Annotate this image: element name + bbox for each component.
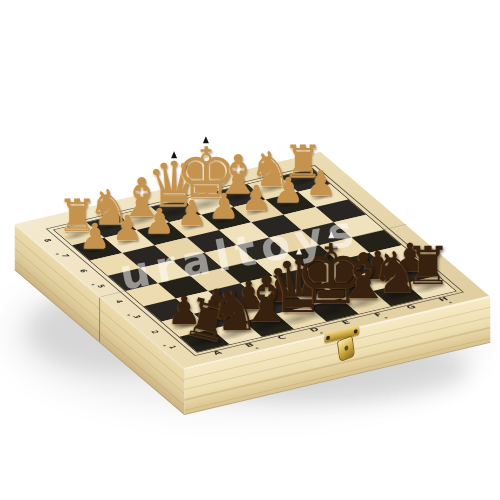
nail-mark [384, 317, 388, 319]
file-label: E [340, 319, 352, 325]
fold-seam [99, 297, 100, 342]
file-label: G [404, 303, 417, 310]
clasp-screw-icon [326, 336, 329, 340]
nail-mark [319, 332, 323, 334]
rank-label: 8 [41, 238, 53, 243]
light-finial-icon [171, 151, 177, 158]
nail-mark [448, 301, 452, 303]
brass-latch-icon [337, 335, 355, 362]
rank-label: 2 [149, 329, 161, 334]
file-label: F [372, 311, 384, 317]
rank-label: 6 [77, 268, 89, 273]
rank-label: 4 [113, 299, 125, 304]
latch-keyhole-icon [344, 345, 348, 351]
chess-set-photo: ABCDEFGH12345678 ♜♞♝♛♚♝♞♜♟♟♟♟♟♟♟♟♟♟♟♟♟♟♟… [0, 0, 500, 500]
light-finial-icon [203, 137, 209, 144]
nail-mark [255, 347, 259, 349]
rank-label: 5 [95, 284, 107, 289]
rank-label: 7 [59, 253, 71, 258]
rank-label: 3 [131, 314, 143, 319]
rank-label: 1 [166, 345, 178, 350]
file-label: A [211, 349, 224, 355]
file-label: C [275, 334, 287, 340]
